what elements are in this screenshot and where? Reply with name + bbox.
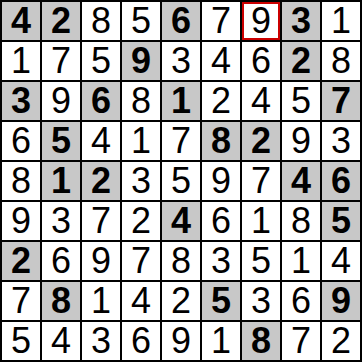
cell-r6c1[interactable]: 9: [2, 202, 40, 240]
cell-r6c7[interactable]: 1: [242, 202, 280, 240]
cell-r3c9[interactable]: 7: [322, 82, 360, 120]
cell-r2c1[interactable]: 1: [2, 42, 40, 80]
cell-r9c4[interactable]: 6: [122, 322, 160, 360]
cell-r3c5[interactable]: 1: [162, 82, 200, 120]
cell-r3c7[interactable]: 4: [242, 82, 280, 120]
cell-r4c2[interactable]: 5: [42, 122, 80, 160]
cell-r4c8[interactable]: 9: [282, 122, 320, 160]
cell-r2c6[interactable]: 4: [202, 42, 240, 80]
cell-r5c3[interactable]: 2: [82, 162, 120, 200]
cell-r1c3[interactable]: 8: [82, 2, 120, 40]
cell-r9c1[interactable]: 5: [2, 322, 40, 360]
cell-r7c4[interactable]: 7: [122, 242, 160, 280]
cell-r3c3[interactable]: 6: [82, 82, 120, 120]
cell-r8c2[interactable]: 8: [42, 282, 80, 320]
cell-r8c4[interactable]: 4: [122, 282, 160, 320]
cell-r9c2[interactable]: 4: [42, 322, 80, 360]
cell-r3c1[interactable]: 3: [2, 82, 40, 120]
cell-r2c2[interactable]: 7: [42, 42, 80, 80]
cell-r9c7[interactable]: 8: [242, 322, 280, 360]
cell-r2c7[interactable]: 6: [242, 42, 280, 80]
cell-r3c2[interactable]: 9: [42, 82, 80, 120]
cell-r1c5[interactable]: 6: [162, 2, 200, 40]
cell-r7c5[interactable]: 8: [162, 242, 200, 280]
cell-r1c8[interactable]: 3: [282, 2, 320, 40]
cell-r9c8[interactable]: 7: [282, 322, 320, 360]
cell-r6c3[interactable]: 7: [82, 202, 120, 240]
cell-r3c8[interactable]: 5: [282, 82, 320, 120]
cell-r4c9[interactable]: 3: [322, 122, 360, 160]
cell-r5c1[interactable]: 8: [2, 162, 40, 200]
cell-r6c2[interactable]: 3: [42, 202, 80, 240]
cell-r2c5[interactable]: 3: [162, 42, 200, 80]
cell-r5c2[interactable]: 1: [42, 162, 80, 200]
cell-r8c1[interactable]: 7: [2, 282, 40, 320]
cell-r8c5[interactable]: 2: [162, 282, 200, 320]
cell-r4c3[interactable]: 4: [82, 122, 120, 160]
cell-r6c9[interactable]: 5: [322, 202, 360, 240]
cell-r9c9[interactable]: 2: [322, 322, 360, 360]
cell-r5c4[interactable]: 3: [122, 162, 160, 200]
cell-r5c5[interactable]: 5: [162, 162, 200, 200]
cell-r1c2[interactable]: 2: [42, 2, 80, 40]
cell-r9c5[interactable]: 9: [162, 322, 200, 360]
cell-r6c8[interactable]: 8: [282, 202, 320, 240]
cell-r5c6[interactable]: 9: [202, 162, 240, 200]
cell-r1c9[interactable]: 1: [322, 2, 360, 40]
cell-r4c1[interactable]: 6: [2, 122, 40, 160]
cell-r9c3[interactable]: 3: [82, 322, 120, 360]
cell-r4c5[interactable]: 7: [162, 122, 200, 160]
cell-r5c9[interactable]: 6: [322, 162, 360, 200]
cell-r9c6[interactable]: 1: [202, 322, 240, 360]
cell-r7c6[interactable]: 3: [202, 242, 240, 280]
cell-r2c3[interactable]: 5: [82, 42, 120, 80]
cell-r8c3[interactable]: 1: [82, 282, 120, 320]
cell-r5c8[interactable]: 4: [282, 162, 320, 200]
cell-r7c2[interactable]: 6: [42, 242, 80, 280]
cell-r6c5[interactable]: 4: [162, 202, 200, 240]
cell-r4c4[interactable]: 1: [122, 122, 160, 160]
cell-r1c6[interactable]: 7: [202, 2, 240, 40]
cell-r2c9[interactable]: 8: [322, 42, 360, 80]
cell-r7c7[interactable]: 5: [242, 242, 280, 280]
cell-r8c7[interactable]: 3: [242, 282, 280, 320]
cell-r7c8[interactable]: 1: [282, 242, 320, 280]
cell-r7c9[interactable]: 4: [322, 242, 360, 280]
cell-r8c8[interactable]: 6: [282, 282, 320, 320]
cell-r1c4[interactable]: 5: [122, 2, 160, 40]
sudoku-board: 4285679311759346283968124576541782938123…: [0, 0, 362, 362]
cell-r4c6[interactable]: 8: [202, 122, 240, 160]
cell-r6c6[interactable]: 6: [202, 202, 240, 240]
cell-r5c7[interactable]: 7: [242, 162, 280, 200]
cell-r2c4[interactable]: 9: [122, 42, 160, 80]
cell-r1c7[interactable]: 9: [242, 2, 280, 40]
cell-r8c6[interactable]: 5: [202, 282, 240, 320]
cell-r7c1[interactable]: 2: [2, 242, 40, 280]
cell-r3c6[interactable]: 2: [202, 82, 240, 120]
cell-r2c8[interactable]: 2: [282, 42, 320, 80]
cell-r7c3[interactable]: 9: [82, 242, 120, 280]
cell-r1c1[interactable]: 4: [2, 2, 40, 40]
cell-r3c4[interactable]: 8: [122, 82, 160, 120]
cell-r8c9[interactable]: 9: [322, 282, 360, 320]
cell-r4c7[interactable]: 2: [242, 122, 280, 160]
cell-r6c4[interactable]: 2: [122, 202, 160, 240]
